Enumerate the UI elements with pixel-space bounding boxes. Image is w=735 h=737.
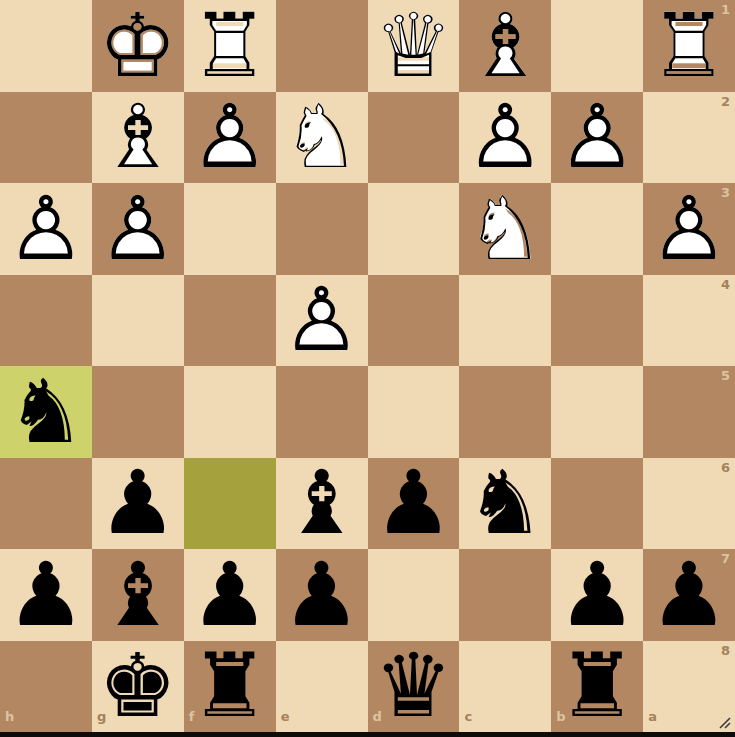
piece-glyph-outline: ♗ [459, 0, 551, 92]
square-h5[interactable]: ♞ [0, 366, 92, 458]
square-a1[interactable]: ♜♖1 [643, 0, 735, 92]
piece-glyph-outline: ♙ [184, 92, 276, 184]
black-pawn[interactable]: ♟ [643, 549, 735, 641]
piece-glyph-outline: ♙ [92, 183, 184, 275]
square-a3[interactable]: ♟♙3 [643, 183, 735, 275]
square-g3[interactable]: ♟♙ [92, 183, 184, 275]
square-e8[interactable]: e [276, 641, 368, 733]
chess-board: ♚♔♜♖♛♕♝♗♜♖1♝♗♟♙♞♘♟♙♟♙2♟♙♟♙♞♘♟♙3♟♙4♞5♟♝♟♞… [0, 0, 735, 732]
square-b3[interactable] [551, 183, 643, 275]
piece-glyph-outline: ♙ [643, 183, 735, 275]
white-pawn[interactable]: ♟♙ [459, 92, 551, 184]
square-f6[interactable] [184, 458, 276, 550]
piece-glyph-fill: ♝ [92, 549, 184, 641]
square-g5[interactable] [92, 366, 184, 458]
white-bishop[interactable]: ♝♗ [92, 92, 184, 184]
piece-glyph-outline: ♔ [92, 0, 184, 92]
black-knight[interactable]: ♞ [0, 366, 92, 458]
square-c3[interactable]: ♞♘ [459, 183, 551, 275]
white-pawn[interactable]: ♟♙ [551, 92, 643, 184]
white-rook[interactable]: ♜♖ [643, 0, 735, 92]
black-rook[interactable]: ♜ [551, 641, 643, 733]
square-e7[interactable]: ♟ [276, 549, 368, 641]
square-a4[interactable]: 4 [643, 275, 735, 367]
square-f1[interactable]: ♜♖ [184, 0, 276, 92]
piece-glyph-fill: ♛ [368, 641, 460, 733]
white-pawn[interactable]: ♟♙ [276, 275, 368, 367]
black-pawn[interactable]: ♟ [0, 549, 92, 641]
square-c6[interactable]: ♞ [459, 458, 551, 550]
white-bishop[interactable]: ♝♗ [459, 0, 551, 92]
white-rook[interactable]: ♜♖ [184, 0, 276, 92]
black-rook[interactable]: ♜ [184, 641, 276, 733]
resize-grip-icon [716, 714, 732, 730]
piece-glyph-fill: ♟ [368, 458, 460, 550]
square-f3[interactable] [184, 183, 276, 275]
black-pawn[interactable]: ♟ [368, 458, 460, 550]
square-a6[interactable]: 6 [643, 458, 735, 550]
black-queen[interactable]: ♛ [368, 641, 460, 733]
square-c1[interactable]: ♝♗ [459, 0, 551, 92]
white-pawn[interactable]: ♟♙ [643, 183, 735, 275]
piece-glyph-outline: ♙ [551, 92, 643, 184]
white-pawn[interactable]: ♟♙ [184, 92, 276, 184]
black-king[interactable]: ♚ [92, 641, 184, 733]
piece-glyph-fill: ♚ [92, 641, 184, 733]
square-c5[interactable] [459, 366, 551, 458]
square-g7[interactable]: ♝ [92, 549, 184, 641]
chess-board-container: ♚♔♜♖♛♕♝♗♜♖1♝♗♟♙♞♘♟♙♟♙2♟♙♟♙♞♘♟♙3♟♙4♞5♟♝♟♞… [0, 0, 735, 737]
square-d4[interactable] [368, 275, 460, 367]
square-a7[interactable]: ♟7 [643, 549, 735, 641]
square-f8[interactable]: ♜f [184, 641, 276, 733]
piece-glyph-outline: ♘ [459, 183, 551, 275]
square-c2[interactable]: ♟♙ [459, 92, 551, 184]
black-bishop[interactable]: ♝ [92, 549, 184, 641]
square-h7[interactable]: ♟ [0, 549, 92, 641]
square-g6[interactable]: ♟ [92, 458, 184, 550]
square-e2[interactable]: ♞♘ [276, 92, 368, 184]
square-h2[interactable] [0, 92, 92, 184]
square-h8[interactable]: h [0, 641, 92, 733]
board-resize-handle[interactable] [716, 714, 732, 730]
white-knight[interactable]: ♞♘ [276, 92, 368, 184]
square-c8[interactable]: c [459, 641, 551, 733]
square-b4[interactable] [551, 275, 643, 367]
file-label-e: e [281, 710, 290, 723]
piece-glyph-fill: ♜ [184, 641, 276, 733]
square-h6[interactable] [0, 458, 92, 550]
piece-glyph-fill: ♟ [0, 549, 92, 641]
square-d3[interactable] [368, 183, 460, 275]
file-label-h: h [5, 710, 14, 723]
piece-glyph-fill: ♟ [643, 549, 735, 641]
piece-glyph-fill: ♞ [459, 458, 551, 550]
white-pawn[interactable]: ♟♙ [0, 183, 92, 275]
square-b5[interactable] [551, 366, 643, 458]
rank-label-2: 2 [721, 95, 730, 108]
piece-glyph-outline: ♖ [184, 0, 276, 92]
square-e1[interactable] [276, 0, 368, 92]
black-bishop[interactable]: ♝ [276, 458, 368, 550]
square-d2[interactable] [368, 92, 460, 184]
piece-glyph-fill: ♜ [551, 641, 643, 733]
rank-label-6: 6 [721, 461, 730, 474]
piece-glyph-outline: ♙ [0, 183, 92, 275]
black-pawn[interactable]: ♟ [92, 458, 184, 550]
square-b6[interactable] [551, 458, 643, 550]
square-d8[interactable]: ♛d [368, 641, 460, 733]
square-c4[interactable] [459, 275, 551, 367]
file-label-c: c [464, 710, 472, 723]
square-f5[interactable] [184, 366, 276, 458]
square-e4[interactable]: ♟♙ [276, 275, 368, 367]
square-b8[interactable]: ♜b [551, 641, 643, 733]
square-d1[interactable]: ♛♕ [368, 0, 460, 92]
square-h1[interactable] [0, 0, 92, 92]
square-g8[interactable]: ♚g [92, 641, 184, 733]
square-d6[interactable]: ♟ [368, 458, 460, 550]
square-a5[interactable]: 5 [643, 366, 735, 458]
square-f2[interactable]: ♟♙ [184, 92, 276, 184]
rank-label-5: 5 [721, 369, 730, 382]
piece-glyph-fill: ♟ [551, 549, 643, 641]
black-pawn[interactable]: ♟ [184, 549, 276, 641]
white-queen[interactable]: ♛♕ [368, 0, 460, 92]
square-e3[interactable] [276, 183, 368, 275]
square-h4[interactable] [0, 275, 92, 367]
piece-glyph-outline: ♙ [276, 275, 368, 367]
piece-glyph-outline: ♕ [368, 0, 460, 92]
square-e5[interactable] [276, 366, 368, 458]
square-e6[interactable]: ♝ [276, 458, 368, 550]
piece-glyph-fill: ♟ [184, 549, 276, 641]
black-pawn[interactable]: ♟ [551, 549, 643, 641]
black-pawn[interactable]: ♟ [276, 549, 368, 641]
square-g1[interactable]: ♚♔ [92, 0, 184, 92]
piece-glyph-outline: ♗ [92, 92, 184, 184]
piece-glyph-outline: ♘ [276, 92, 368, 184]
square-d5[interactable] [368, 366, 460, 458]
piece-glyph-fill: ♟ [92, 458, 184, 550]
piece-glyph-fill: ♟ [276, 549, 368, 641]
square-b2[interactable]: ♟♙ [551, 92, 643, 184]
piece-glyph-fill: ♞ [0, 366, 92, 458]
square-d7[interactable] [368, 549, 460, 641]
rank-label-8: 8 [721, 644, 730, 657]
square-f7[interactable]: ♟ [184, 549, 276, 641]
white-king[interactable]: ♚♔ [92, 0, 184, 92]
square-g2[interactable]: ♝♗ [92, 92, 184, 184]
square-b1[interactable] [551, 0, 643, 92]
square-g4[interactable] [92, 275, 184, 367]
white-knight[interactable]: ♞♘ [459, 183, 551, 275]
piece-glyph-fill: ♝ [276, 458, 368, 550]
piece-glyph-outline: ♙ [459, 92, 551, 184]
square-f4[interactable] [184, 275, 276, 367]
white-pawn[interactable]: ♟♙ [92, 183, 184, 275]
square-c7[interactable] [459, 549, 551, 641]
file-label-a: a [648, 710, 657, 723]
black-knight[interactable]: ♞ [459, 458, 551, 550]
piece-glyph-outline: ♖ [643, 0, 735, 92]
square-b7[interactable]: ♟ [551, 549, 643, 641]
rank-label-4: 4 [721, 278, 730, 291]
page-background-strip [0, 732, 735, 737]
square-a2[interactable]: 2 [643, 92, 735, 184]
square-h3[interactable]: ♟♙ [0, 183, 92, 275]
